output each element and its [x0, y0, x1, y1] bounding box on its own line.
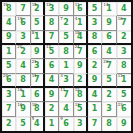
cell-r9c1[interactable]: 2	[2, 117, 16, 131]
cell-digit: 9	[49, 91, 55, 99]
cell-r4c6[interactable]: 247	[74, 45, 88, 59]
cell-r5c3[interactable]: 213	[31, 59, 45, 73]
cage-sum-label: 16	[118, 17, 123, 21]
cell-digit: 3	[121, 48, 127, 56]
cell-r3c5[interactable]: 5	[59, 31, 73, 45]
cell-r9c9[interactable]: 9	[117, 117, 131, 131]
cage-sum-label: 3	[60, 74, 62, 78]
cell-digit: 9	[106, 19, 112, 27]
cell-digit: 9	[121, 120, 127, 128]
cage-sum-label: 16	[17, 88, 22, 92]
cell-r7c5[interactable]: 117	[59, 88, 73, 102]
cell-r1c4[interactable]: 123	[45, 2, 59, 16]
cell-digit: 1	[49, 120, 55, 128]
cage-sum-label: 5	[32, 117, 34, 121]
cell-r2c9[interactable]: 167	[117, 16, 131, 30]
cell-digit: 1	[92, 105, 98, 113]
cell-r8c7[interactable]: 1	[88, 102, 102, 116]
cell-r2c4[interactable]: 8	[45, 16, 59, 30]
cell-digit: 5	[121, 91, 127, 99]
cell-r1c9[interactable]: 4	[117, 2, 131, 16]
cell-r6c1[interactable]: 246	[2, 74, 16, 88]
cell-digit: 7	[6, 105, 12, 113]
cell-r5c7[interactable]: 2	[88, 59, 102, 73]
cell-r2c8[interactable]: 9	[102, 16, 116, 30]
cell-digit: 2	[106, 91, 112, 99]
cage-sum-label: 19	[17, 17, 22, 21]
cell-digit: 1	[6, 48, 12, 56]
cell-r1c2[interactable]: 7	[16, 2, 30, 16]
cell-r8c5[interactable]: 4	[59, 102, 73, 116]
cell-r6c3[interactable]: 117	[31, 74, 45, 88]
cell-r1c3[interactable]: 152	[31, 2, 45, 16]
cell-r4c8[interactable]: 4	[102, 45, 116, 59]
cell-r9c8[interactable]: 8	[102, 117, 116, 131]
cell-digit: 5	[63, 33, 69, 41]
cell-r5c6[interactable]: 9	[74, 59, 88, 73]
cell-digit: 2	[6, 120, 12, 128]
cell-digit: 5	[6, 62, 12, 70]
cage-sum-label: 13	[75, 103, 80, 107]
cell-r9c2[interactable]: 5	[16, 117, 30, 131]
cell-r7c3[interactable]: 6	[31, 88, 45, 102]
cell-digit: 2	[92, 62, 98, 70]
cell-r5c8[interactable]: 207	[102, 59, 116, 73]
cage-sum-label: 12	[46, 3, 51, 7]
cell-digit: 9	[34, 48, 40, 56]
cell-r6c7[interactable]: 9	[88, 74, 102, 88]
cell-r8c1[interactable]: 7	[2, 102, 16, 116]
cell-r3c8[interactable]: 6	[102, 31, 116, 45]
cell-digit: 5	[106, 76, 112, 84]
cell-r6c2[interactable]: 8	[16, 74, 30, 88]
cage-sum-label: 20	[103, 60, 108, 64]
cell-digit: 9	[77, 62, 83, 70]
cell-r8c3[interactable]: 108	[31, 102, 45, 116]
cell-r4c1[interactable]: 1	[2, 45, 16, 59]
cage-sum-label: 4	[75, 17, 77, 21]
cell-r7c8[interactable]: 2	[102, 88, 116, 102]
cell-r6c9[interactable]: 111	[117, 74, 131, 88]
cage-sum-label: 7	[60, 17, 62, 21]
cage-sum-label: 21	[32, 60, 37, 64]
cell-r3c3[interactable]: 81	[31, 31, 45, 45]
cell-digit: 7	[20, 5, 26, 13]
cell-r1c7[interactable]: 5	[88, 2, 102, 16]
cell-digit: 3	[63, 76, 69, 84]
cell-digit: 4	[106, 48, 112, 56]
cell-digit: 3	[92, 19, 98, 27]
cell-digit: 8	[106, 120, 112, 128]
cell-digit: 4	[49, 76, 55, 84]
cell-r6c8[interactable]: 5	[102, 74, 116, 88]
cell-r1c8[interactable]: 141	[102, 2, 116, 16]
cell-r8c6[interactable]: 135	[74, 102, 88, 116]
cell-digit: 4	[34, 120, 40, 128]
cell-r4c5[interactable]: 8	[59, 45, 73, 59]
cell-r9c6[interactable]: 3	[74, 117, 88, 131]
cell-r1c6[interactable]: 116	[74, 2, 88, 16]
cell-digit: 5	[20, 120, 26, 128]
cage-sum-label: 9	[60, 117, 62, 121]
cell-digit: 4	[92, 91, 98, 99]
cell-digit: 3	[77, 120, 83, 128]
cell-r2c5[interactable]: 72	[59, 16, 73, 30]
cell-digit: 3	[20, 33, 26, 41]
cell-digit: 9	[6, 33, 12, 41]
cell-r9c7[interactable]: 7	[88, 117, 102, 131]
cell-r7c7[interactable]: 4	[88, 88, 102, 102]
cell-r4c7[interactable]: 6	[88, 45, 102, 59]
cell-digit: 1	[63, 62, 69, 70]
cell-r5c5[interactable]: 1	[59, 59, 73, 73]
cell-r7c6[interactable]: 128	[74, 88, 88, 102]
cell-r5c2[interactable]: 4	[16, 59, 30, 73]
cell-r2c7[interactable]: 3	[88, 16, 102, 30]
cell-digit: 8	[63, 48, 69, 56]
cage-sum-label: 19	[3, 3, 8, 7]
cell-r4c9[interactable]: 3	[117, 45, 131, 59]
cell-digit: 2	[49, 105, 55, 113]
cell-r4c3[interactable]: 9	[31, 45, 45, 59]
cage-sum-label: 24	[3, 74, 8, 78]
cell-digit: 7	[92, 120, 98, 128]
cell-r2c6[interactable]: 41	[74, 16, 88, 30]
cell-digit: 6	[106, 33, 112, 41]
cell-r9c5[interactable]: 96	[59, 117, 73, 131]
cell-digit: 2	[121, 33, 127, 41]
cell-digit: 4	[6, 19, 12, 27]
cell-r7c4[interactable]: 9	[45, 88, 59, 102]
cell-r4c4[interactable]: 135	[45, 45, 59, 59]
cell-digit: 8	[92, 33, 98, 41]
cell-digit: 9	[92, 76, 98, 84]
cell-digit: 3	[106, 105, 112, 113]
cell-r3c1[interactable]: 9	[2, 31, 16, 45]
cell-r7c2[interactable]: 161	[16, 88, 30, 102]
cell-r9c4[interactable]: 1	[45, 117, 59, 131]
cell-r8c8[interactable]: 3	[102, 102, 116, 116]
cell-r9c3[interactable]: 54	[31, 117, 45, 131]
cell-r2c2[interactable]: 196	[16, 16, 30, 30]
cell-digit: 6	[92, 48, 98, 56]
cell-r6c6[interactable]: 2	[74, 74, 88, 88]
cage-sum-label: 24	[75, 45, 80, 49]
cell-r8c2[interactable]: 169	[16, 102, 30, 116]
cage-sum-label: 14	[103, 3, 108, 7]
cell-digit: 5	[34, 19, 40, 27]
cage-sum-label: 11	[60, 88, 65, 92]
cell-r2c1[interactable]: 4	[2, 16, 16, 30]
cell-r3c9[interactable]: 2	[117, 31, 131, 45]
cell-r3c2[interactable]: 3	[16, 31, 30, 45]
cell-digit: 9	[63, 5, 69, 13]
cage-sum-label: 13	[46, 45, 51, 49]
cell-digit: 6	[63, 120, 69, 128]
cell-r6c4[interactable]: 4	[45, 74, 59, 88]
cell-r7c1[interactable]: 3	[2, 88, 16, 102]
cell-r8c9[interactable]: 236	[117, 102, 131, 116]
killer-sudoku-board: 1987152123911651414419658724139167938175…	[0, 0, 133, 133]
cage-sum-label: 20	[17, 45, 22, 49]
cage-sum-label: 10	[32, 103, 37, 107]
cell-r5c9[interactable]: 8	[117, 59, 131, 73]
cell-r2c3[interactable]: 5	[31, 16, 45, 30]
cell-r5c1[interactable]: 5	[2, 59, 16, 73]
cell-digit: 4	[20, 62, 26, 70]
cell-digit: 4	[121, 5, 127, 13]
cell-r3c7[interactable]: 8	[88, 31, 102, 45]
cell-digit: 2	[63, 19, 69, 27]
cell-digit: 8	[121, 62, 127, 70]
cage-sum-label: 11	[118, 74, 123, 78]
cell-digit: 7	[49, 33, 55, 41]
cage-sum-label: 12	[75, 88, 80, 92]
cell-r3c4[interactable]: 7	[45, 31, 59, 45]
cell-r6c5[interactable]: 33	[59, 74, 73, 88]
cage-sum-label: 16	[17, 103, 22, 107]
cage-sum-label: 15	[32, 3, 37, 7]
cell-digit: 1	[34, 33, 40, 41]
cell-r1c5[interactable]: 9	[59, 2, 73, 16]
cell-digit: 8	[49, 19, 55, 27]
cell-r1c1[interactable]: 198	[2, 2, 16, 16]
cell-r8c4[interactable]: 2	[45, 102, 59, 116]
cell-r5c4[interactable]: 6	[45, 59, 59, 73]
cage-sum-label: 18	[75, 31, 80, 35]
cage-sum-label: 8	[32, 31, 34, 35]
cage-sum-label: 23	[118, 103, 123, 107]
cell-digit: 2	[77, 76, 83, 84]
cell-r4c2[interactable]: 202	[16, 45, 30, 59]
cage-sum-label: 11	[75, 3, 80, 7]
cell-digit: 4	[63, 105, 69, 113]
cell-digit: 6	[49, 62, 55, 70]
cell-digit: 6	[34, 91, 40, 99]
cell-digit: 1	[77, 19, 83, 27]
cage-sum-label: 11	[32, 74, 37, 78]
cell-digit: 8	[20, 76, 26, 84]
cell-r3c6[interactable]: 184	[74, 31, 88, 45]
cell-digit: 3	[6, 91, 12, 99]
cell-digit: 5	[92, 5, 98, 13]
cell-r7c9[interactable]: 5	[117, 88, 131, 102]
